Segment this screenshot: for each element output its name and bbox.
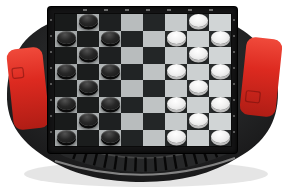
black-checker[interactable] (57, 31, 76, 44)
square-c2[interactable] (99, 113, 121, 130)
black-checker[interactable] (79, 113, 98, 126)
black-checker[interactable] (57, 97, 76, 110)
square-c4[interactable] (99, 80, 121, 97)
grip-rib (125, 157, 126, 171)
square-e4[interactable] (143, 80, 165, 97)
grip-rib (165, 156, 167, 170)
square-a7[interactable] (55, 31, 77, 48)
square-e5[interactable] (143, 64, 165, 81)
square-g6[interactable] (187, 47, 209, 64)
white-checker[interactable] (211, 97, 230, 110)
square-a4[interactable] (55, 80, 77, 97)
square-g3[interactable] (187, 97, 209, 114)
square-f4[interactable] (165, 80, 187, 97)
black-checker[interactable] (101, 97, 120, 110)
square-c5[interactable] (99, 64, 121, 81)
black-checker[interactable] (101, 31, 120, 44)
square-h8[interactable] (209, 14, 231, 31)
white-checker[interactable] (189, 47, 208, 60)
white-checker[interactable] (211, 130, 230, 143)
square-f7[interactable] (165, 31, 187, 48)
square-g1[interactable] (187, 130, 209, 147)
frame-tick-marks-right (233, 19, 235, 141)
square-h5[interactable] (209, 64, 231, 81)
square-b4[interactable] (77, 80, 99, 97)
square-e3[interactable] (143, 97, 165, 114)
square-g2[interactable] (187, 113, 209, 130)
square-d4[interactable] (121, 80, 143, 97)
square-f3[interactable] (165, 97, 187, 114)
square-d1[interactable] (121, 130, 143, 147)
black-checker[interactable] (79, 14, 98, 27)
square-g5[interactable] (187, 64, 209, 81)
white-checker[interactable] (211, 64, 230, 77)
square-b6[interactable] (77, 47, 99, 64)
black-checker[interactable] (57, 130, 76, 143)
square-h4[interactable] (209, 80, 231, 97)
square-c3[interactable] (99, 97, 121, 114)
square-f1[interactable] (165, 130, 187, 147)
frame-tick-marks-top (66, 9, 219, 11)
square-a2[interactable] (55, 113, 77, 130)
square-f6[interactable] (165, 47, 187, 64)
white-checker[interactable] (167, 130, 186, 143)
black-checker[interactable] (79, 47, 98, 60)
square-b3[interactable] (77, 97, 99, 114)
square-h1[interactable] (209, 130, 231, 147)
square-e8[interactable] (143, 14, 165, 31)
square-h2[interactable] (209, 113, 231, 130)
grip-rib (135, 157, 136, 171)
square-c7[interactable] (99, 31, 121, 48)
square-d6[interactable] (121, 47, 143, 64)
square-b5[interactable] (77, 64, 99, 81)
square-e7[interactable] (143, 31, 165, 48)
black-checker[interactable] (101, 64, 120, 77)
square-c6[interactable] (99, 47, 121, 64)
black-checker[interactable] (57, 64, 76, 77)
square-a8[interactable] (55, 14, 77, 31)
square-g8[interactable] (187, 14, 209, 31)
frame-tick-marks-left (50, 19, 52, 141)
square-a3[interactable] (55, 97, 77, 114)
square-e6[interactable] (143, 47, 165, 64)
square-b8[interactable] (77, 14, 99, 31)
square-d8[interactable] (121, 14, 143, 31)
white-checker[interactable] (167, 64, 186, 77)
square-d5[interactable] (121, 64, 143, 81)
square-g4[interactable] (187, 80, 209, 97)
checkers-board[interactable] (55, 14, 231, 146)
square-d7[interactable] (121, 31, 143, 48)
board-frame (48, 7, 237, 153)
square-d2[interactable] (121, 113, 143, 130)
white-checker[interactable] (167, 97, 186, 110)
white-checker[interactable] (189, 14, 208, 27)
black-checker[interactable] (101, 130, 120, 143)
grip-rib (155, 157, 156, 171)
black-checker[interactable] (79, 80, 98, 93)
square-e2[interactable] (143, 113, 165, 130)
square-h3[interactable] (209, 97, 231, 114)
square-b1[interactable] (77, 130, 99, 147)
white-checker[interactable] (189, 80, 208, 93)
travel-checkers-set (0, 0, 285, 189)
square-a1[interactable] (55, 130, 77, 147)
square-c1[interactable] (99, 130, 121, 147)
square-f8[interactable] (165, 14, 187, 31)
white-checker[interactable] (167, 31, 186, 44)
square-b2[interactable] (77, 113, 99, 130)
white-checker[interactable] (189, 113, 208, 126)
square-b7[interactable] (77, 31, 99, 48)
square-a6[interactable] (55, 47, 77, 64)
square-a5[interactable] (55, 64, 77, 81)
white-checker[interactable] (211, 31, 230, 44)
square-f2[interactable] (165, 113, 187, 130)
square-d3[interactable] (121, 97, 143, 114)
square-h6[interactable] (209, 47, 231, 64)
square-f5[interactable] (165, 64, 187, 81)
square-g7[interactable] (187, 31, 209, 48)
square-e1[interactable] (143, 130, 165, 147)
square-c8[interactable] (99, 14, 121, 31)
square-h7[interactable] (209, 31, 231, 48)
